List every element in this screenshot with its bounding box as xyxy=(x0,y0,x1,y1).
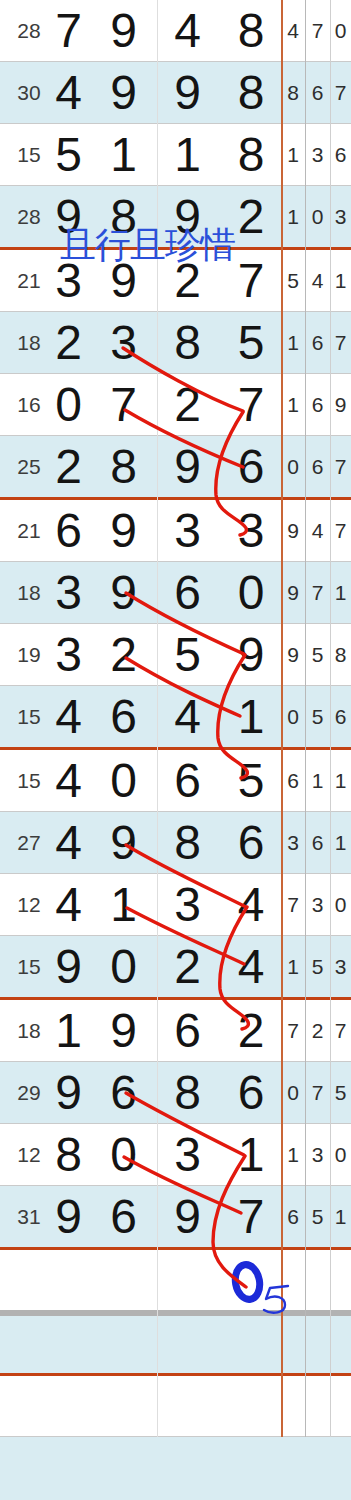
aux-digit-2: 4 xyxy=(305,520,330,541)
draw-digit-3: 3 xyxy=(154,1131,220,1179)
aux-digit-3: 1 xyxy=(330,270,351,291)
empty-row-white xyxy=(0,1376,351,1437)
aux-digit-1: 9 xyxy=(281,644,305,665)
chart-row: 21 6 9 3 3 9 4 7 xyxy=(0,500,351,562)
draw-digit-1: 9 xyxy=(44,943,92,991)
chart-row: 19 3 2 5 9 9 5 8 xyxy=(0,624,351,686)
draw-digit-3: 8 xyxy=(154,319,220,367)
chart-row: 18 2 3 8 5 1 6 7 xyxy=(0,312,351,374)
draw-digit-3: 9 xyxy=(154,1193,220,1241)
draw-digit-1: 3 xyxy=(44,569,92,617)
aux-digit-1: 1 xyxy=(281,332,305,353)
period-count-label: 15 xyxy=(0,706,44,727)
period-count-label: 19 xyxy=(0,644,44,665)
chart-section-4: 15 4 0 6 5 6 1 1 27 4 9 8 6 3 6 1 12 4 1… xyxy=(0,750,351,1000)
draw-digit-4: 8 xyxy=(220,131,281,179)
draw-digit-4: 2 xyxy=(220,193,281,241)
chart-row: 29 9 6 8 6 0 7 5 xyxy=(0,1062,351,1124)
period-count-label: 21 xyxy=(0,520,44,541)
draw-digit-1: 6 xyxy=(44,507,92,555)
aux-digit-1: 0 xyxy=(281,706,305,727)
draw-digit-1: 4 xyxy=(44,881,92,929)
period-count-label: 31 xyxy=(0,1206,44,1227)
period-count-label: 18 xyxy=(0,332,44,353)
aux-digit-3: 6 xyxy=(330,144,351,165)
chart-section-2: 21 3 9 2 7 5 4 1 18 2 3 8 5 1 6 7 16 0 7… xyxy=(0,250,351,500)
aux-digit-2: 0 xyxy=(305,206,330,227)
draw-digit-2: 9 xyxy=(92,569,154,617)
draw-digit-2: 9 xyxy=(92,7,154,55)
aux-digit-3: 9 xyxy=(330,394,351,415)
period-count-label: 12 xyxy=(0,1144,44,1165)
period-count-label: 16 xyxy=(0,394,44,415)
aux-digit-2: 3 xyxy=(305,144,330,165)
draw-digit-4: 6 xyxy=(220,443,281,491)
draw-digit-3: 2 xyxy=(154,257,220,305)
draw-digit-2: 1 xyxy=(92,131,154,179)
aux-digit-2: 6 xyxy=(305,394,330,415)
empty-row-blue-last xyxy=(0,1437,351,1500)
draw-digit-1: 2 xyxy=(44,443,92,491)
aux-digit-1: 1 xyxy=(281,956,305,977)
draw-digit-4: 9 xyxy=(220,631,281,679)
draw-digit-2: 7 xyxy=(92,381,154,429)
draw-digit-1: 2 xyxy=(44,319,92,367)
aux-digit-2: 5 xyxy=(305,1206,330,1227)
aux-digit-2: 6 xyxy=(305,332,330,353)
draw-digit-4: 1 xyxy=(220,1131,281,1179)
period-count-label: 28 xyxy=(0,20,44,41)
draw-digit-1: 9 xyxy=(44,193,92,241)
draw-digit-3: 6 xyxy=(154,757,220,805)
aux-digit-2: 2 xyxy=(305,1020,330,1041)
period-count-label: 30 xyxy=(0,82,44,103)
aux-digit-2: 3 xyxy=(305,1144,330,1165)
draw-digit-4: 7 xyxy=(220,1193,281,1241)
aux-digit-1: 1 xyxy=(281,1144,305,1165)
aux-digit-1: 7 xyxy=(281,1020,305,1041)
aux-digit-2: 7 xyxy=(305,20,330,41)
chart-section-3: 21 6 9 3 3 9 4 7 18 3 9 6 0 9 7 1 19 3 2… xyxy=(0,500,351,750)
draw-digit-4: 8 xyxy=(220,7,281,55)
aux-digit-2: 3 xyxy=(305,894,330,915)
chart-section-1: 28 7 9 4 8 4 7 0 30 4 9 9 8 8 6 7 15 5 1… xyxy=(0,0,351,250)
draw-digit-1: 4 xyxy=(44,757,92,805)
aux-digit-3: 1 xyxy=(330,770,351,791)
period-count-label: 27 xyxy=(0,832,44,853)
chart-row: 21 3 9 2 7 5 4 1 xyxy=(0,250,351,312)
draw-digit-2: 8 xyxy=(92,193,154,241)
draw-digit-1: 9 xyxy=(44,1069,92,1117)
draw-digit-1: 3 xyxy=(44,631,92,679)
aux-digit-1: 0 xyxy=(281,456,305,477)
draw-digit-3: 1 xyxy=(154,131,220,179)
draw-digit-3: 5 xyxy=(154,631,220,679)
chart-row: 12 4 1 3 4 7 3 0 xyxy=(0,874,351,936)
chart-row: 18 3 9 6 0 9 7 1 xyxy=(0,562,351,624)
aux-digit-3: 6 xyxy=(330,706,351,727)
draw-digit-2: 1 xyxy=(92,881,154,929)
period-count-label: 28 xyxy=(0,206,44,227)
draw-digit-3: 8 xyxy=(154,819,220,867)
draw-digit-3: 9 xyxy=(154,443,220,491)
draw-digit-4: 4 xyxy=(220,943,281,991)
aux-digit-3: 0 xyxy=(330,894,351,915)
aux-digit-3: 7 xyxy=(330,82,351,103)
draw-digit-2: 6 xyxy=(92,1193,154,1241)
chart-row: 28 9 8 9 2 1 0 3 xyxy=(0,186,351,247)
draw-digit-4: 7 xyxy=(220,257,281,305)
period-count-label: 15 xyxy=(0,956,44,977)
aux-digit-2: 4 xyxy=(305,270,330,291)
aux-digit-2: 6 xyxy=(305,456,330,477)
draw-digit-2: 9 xyxy=(92,69,154,117)
draw-digit-4: 4 xyxy=(220,881,281,929)
aux-digit-2: 6 xyxy=(305,832,330,853)
empty-next-draw-row xyxy=(0,1250,351,1310)
draw-digit-3: 4 xyxy=(154,7,220,55)
draw-digit-1: 8 xyxy=(44,1131,92,1179)
draw-digit-2: 9 xyxy=(92,257,154,305)
chart-row: 30 4 9 9 8 8 6 7 xyxy=(0,62,351,124)
draw-digit-4: 6 xyxy=(220,819,281,867)
lottery-trend-chart-page: 28 7 9 4 8 4 7 0 30 4 9 9 8 8 6 7 15 5 1… xyxy=(0,0,351,1500)
chart-row: 15 5 1 1 8 1 3 6 xyxy=(0,124,351,186)
aux-digit-3: 0 xyxy=(330,1144,351,1165)
aux-digit-3: 1 xyxy=(330,1206,351,1227)
draw-digit-2: 9 xyxy=(92,819,154,867)
draw-digit-1: 7 xyxy=(44,7,92,55)
aux-digit-1: 7 xyxy=(281,894,305,915)
draw-digit-4: 5 xyxy=(220,757,281,805)
draw-digit-4: 5 xyxy=(220,319,281,367)
aux-digit-1: 9 xyxy=(281,520,305,541)
draw-digit-2: 0 xyxy=(92,1131,154,1179)
aux-digit-3: 3 xyxy=(330,956,351,977)
draw-digit-3: 6 xyxy=(154,1007,220,1055)
aux-digit-1: 1 xyxy=(281,394,305,415)
aux-digit-3: 7 xyxy=(330,332,351,353)
aux-digit-3: 5 xyxy=(330,1082,351,1103)
aux-digit-3: 1 xyxy=(330,832,351,853)
aux-digit-1: 5 xyxy=(281,270,305,291)
aux-digit-1: 1 xyxy=(281,144,305,165)
chart-row: 15 4 0 6 5 6 1 1 xyxy=(0,750,351,812)
draw-digit-3: 2 xyxy=(154,943,220,991)
draw-digit-1: 4 xyxy=(44,819,92,867)
draw-digit-2: 6 xyxy=(92,1069,154,1117)
draw-digit-4: 3 xyxy=(220,507,281,555)
draw-digit-2: 9 xyxy=(92,507,154,555)
aux-digit-3: 7 xyxy=(330,1020,351,1041)
aux-digit-3: 0 xyxy=(330,20,351,41)
period-count-label: 29 xyxy=(0,1082,44,1103)
aux-digit-1: 6 xyxy=(281,1206,305,1227)
draw-digit-3: 9 xyxy=(154,69,220,117)
period-count-label: 18 xyxy=(0,582,44,603)
draw-digit-2: 3 xyxy=(92,319,154,367)
aux-digit-3: 8 xyxy=(330,644,351,665)
draw-digit-4: 8 xyxy=(220,69,281,117)
aux-digit-2: 7 xyxy=(305,1082,330,1103)
aux-digit-2: 6 xyxy=(305,82,330,103)
aux-digit-2: 5 xyxy=(305,956,330,977)
chart-row: 25 2 8 9 6 0 6 7 xyxy=(0,436,351,497)
chart-row: 27 4 9 8 6 3 6 1 xyxy=(0,812,351,874)
draw-digit-3: 8 xyxy=(154,1069,220,1117)
aux-digit-3: 7 xyxy=(330,520,351,541)
draw-digit-2: 0 xyxy=(92,757,154,805)
aux-digit-1: 8 xyxy=(281,82,305,103)
aux-digit-2: 5 xyxy=(305,644,330,665)
aux-digit-1: 6 xyxy=(281,770,305,791)
period-count-label: 18 xyxy=(0,1020,44,1041)
draw-digit-1: 9 xyxy=(44,1193,92,1241)
empty-row-blue xyxy=(0,1316,351,1373)
period-count-label: 15 xyxy=(0,144,44,165)
aux-digit-2: 7 xyxy=(305,582,330,603)
aux-digit-1: 9 xyxy=(281,582,305,603)
aux-digit-1: 3 xyxy=(281,832,305,853)
aux-digit-3: 3 xyxy=(330,206,351,227)
draw-digit-3: 9 xyxy=(154,193,220,241)
chart-row: 15 9 0 2 4 1 5 3 xyxy=(0,936,351,997)
draw-digit-1: 0 xyxy=(44,381,92,429)
draw-digit-4: 1 xyxy=(220,693,281,741)
chart-row: 12 8 0 3 1 1 3 0 xyxy=(0,1124,351,1186)
period-count-label: 25 xyxy=(0,456,44,477)
draw-digit-1: 5 xyxy=(44,131,92,179)
draw-digit-2: 0 xyxy=(92,943,154,991)
chart-section-5: 18 1 9 6 2 7 2 7 29 9 6 8 6 0 7 5 12 8 0… xyxy=(0,1000,351,1250)
draw-digit-3: 2 xyxy=(154,381,220,429)
draw-digit-4: 6 xyxy=(220,1069,281,1117)
draw-digit-2: 9 xyxy=(92,1007,154,1055)
draw-digit-4: 2 xyxy=(220,1007,281,1055)
draw-digit-4: 0 xyxy=(220,569,281,617)
aux-digit-3: 7 xyxy=(330,456,351,477)
chart-row: 18 1 9 6 2 7 2 7 xyxy=(0,1000,351,1062)
aux-digit-2: 5 xyxy=(305,706,330,727)
aux-digit-1: 0 xyxy=(281,1082,305,1103)
draw-digit-1: 1 xyxy=(44,1007,92,1055)
draw-digit-2: 6 xyxy=(92,693,154,741)
draw-digit-3: 4 xyxy=(154,693,220,741)
aux-digit-1: 4 xyxy=(281,20,305,41)
draw-digit-3: 3 xyxy=(154,507,220,555)
draw-digit-1: 4 xyxy=(44,69,92,117)
draw-digit-4: 7 xyxy=(220,381,281,429)
aux-digit-1: 1 xyxy=(281,206,305,227)
period-count-label: 15 xyxy=(0,770,44,791)
period-count-label: 21 xyxy=(0,270,44,291)
period-count-label: 12 xyxy=(0,894,44,915)
draw-digit-1: 3 xyxy=(44,257,92,305)
chart-row: 15 4 6 4 1 0 5 6 xyxy=(0,686,351,747)
draw-digit-1: 4 xyxy=(44,693,92,741)
draw-digit-3: 6 xyxy=(154,569,220,617)
chart-row: 31 9 6 9 7 6 5 1 xyxy=(0,1186,351,1247)
chart-row: 28 7 9 4 8 4 7 0 xyxy=(0,0,351,62)
draw-digit-2: 8 xyxy=(92,443,154,491)
aux-digit-2: 1 xyxy=(305,770,330,791)
draw-digit-3: 3 xyxy=(154,881,220,929)
chart-row: 16 0 7 2 7 1 6 9 xyxy=(0,374,351,436)
draw-digit-2: 2 xyxy=(92,631,154,679)
aux-digit-3: 1 xyxy=(330,582,351,603)
